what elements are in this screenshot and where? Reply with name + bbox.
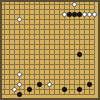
stone-mark xyxy=(50,85,51,86)
stone-mark xyxy=(20,75,21,76)
stone-mark xyxy=(15,90,16,91)
go-grid xyxy=(2,2,97,97)
intersection[interactable] xyxy=(92,92,97,97)
